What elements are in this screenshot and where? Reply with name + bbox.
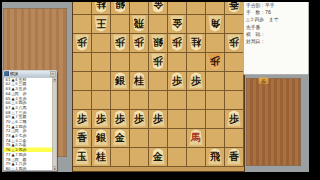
- square-6-9[interactable]: [130, 148, 149, 167]
- square-4-7[interactable]: [168, 110, 187, 129]
- square-9-8[interactable]: 香: [73, 129, 92, 148]
- kifu-window-icon: [5, 72, 10, 77]
- gote-piece-角[interactable]: 角: [208, 15, 223, 32]
- gote-piece-金[interactable]: 金: [170, 15, 185, 32]
- square-4-5[interactable]: 歩: [168, 72, 187, 91]
- square-8-9[interactable]: 桂: [92, 148, 111, 167]
- square-7-4[interactable]: [111, 53, 130, 72]
- square-5-5[interactable]: [149, 72, 168, 91]
- square-9-6[interactable]: [73, 91, 92, 110]
- square-1-5[interactable]: [225, 72, 244, 91]
- square-5-9[interactable]: 金: [149, 148, 168, 167]
- square-4-9[interactable]: [168, 148, 187, 167]
- square-8-5[interactable]: [92, 72, 111, 91]
- square-4-3[interactable]: 歩: [168, 34, 187, 53]
- square-6-1[interactable]: [130, 0, 149, 15]
- square-3-9[interactable]: [187, 148, 206, 167]
- square-6-3[interactable]: 歩: [130, 34, 149, 53]
- sente-piece-歩[interactable]: 歩: [113, 110, 128, 127]
- square-6-2[interactable]: 飛: [130, 15, 149, 34]
- scroll-up-icon[interactable]: ▲: [53, 77, 57, 82]
- square-7-2[interactable]: [111, 15, 130, 34]
- sente-piece-歩[interactable]: 歩: [75, 110, 90, 127]
- square-8-2[interactable]: 王: [92, 15, 111, 34]
- square-3-8[interactable]: 馬: [187, 129, 206, 148]
- info-move-count: 手 数：76: [246, 9, 306, 16]
- square-9-9[interactable]: 玉: [73, 148, 92, 167]
- square-1-8[interactable]: [225, 129, 244, 148]
- square-1-1[interactable]: 香: [225, 0, 244, 15]
- square-5-1[interactable]: 金: [149, 0, 168, 15]
- square-5-4[interactable]: 歩: [149, 53, 168, 72]
- square-7-1[interactable]: 銀: [111, 0, 130, 15]
- square-7-5[interactable]: 銀: [111, 72, 130, 91]
- scroll-down-icon[interactable]: ▼: [53, 166, 57, 171]
- square-7-6[interactable]: [111, 91, 130, 110]
- shogi-board: 桂銀金香王飛金角歩歩歩銀歩桂歩歩歩銀桂歩歩歩歩歩歩歩歩香銀金馬玉桂金飛香: [72, 0, 245, 172]
- square-8-6[interactable]: [92, 91, 111, 110]
- kifu-move-list: 61▲６五桂62△５三銀63▲３五歩64△同 歩65▲４五歩66△５四歩67▲３…: [4, 77, 54, 171]
- letterbox-left: [0, 0, 2, 180]
- square-5-8[interactable]: [149, 129, 168, 148]
- gote-piece-歩[interactable]: 歩: [113, 34, 128, 51]
- square-2-7[interactable]: [206, 110, 225, 129]
- square-9-1[interactable]: [73, 0, 92, 15]
- square-7-8[interactable]: 金: [111, 129, 130, 148]
- shogi-app-window: 桂銀金香王飛金角歩歩歩銀歩桂歩歩歩銀桂歩歩歩歩歩歩歩歩香銀金馬玉桂金飛香 歩 手…: [0, 0, 320, 180]
- square-1-7[interactable]: 歩: [225, 110, 244, 129]
- square-4-4[interactable]: [168, 53, 187, 72]
- gote-piece-王[interactable]: 王: [94, 15, 109, 32]
- board-grid: 桂銀金香王飛金角歩歩歩銀歩桂歩歩歩銀桂歩歩歩歩歩歩歩歩香銀金馬玉桂金飛香: [73, 0, 244, 167]
- square-3-7[interactable]: [187, 110, 206, 129]
- square-8-3[interactable]: [92, 34, 111, 53]
- square-7-7[interactable]: 歩: [111, 110, 130, 129]
- sente-piece-香[interactable]: 香: [75, 129, 90, 146]
- square-6-5[interactable]: 桂: [130, 72, 149, 91]
- square-9-4[interactable]: [73, 53, 92, 72]
- info-side-to-move: 先手番: [246, 23, 306, 30]
- sente-piece-金[interactable]: 金: [113, 129, 128, 146]
- sente-piece-玉[interactable]: 玉: [75, 148, 90, 165]
- gote-piece-桂[interactable]: 桂: [189, 34, 204, 51]
- square-4-6[interactable]: [168, 91, 187, 110]
- sente-piece-銀[interactable]: 銀: [94, 129, 109, 146]
- square-8-1[interactable]: 桂: [92, 0, 111, 15]
- square-8-4[interactable]: [92, 53, 111, 72]
- gote-piece-歩[interactable]: 歩: [208, 53, 223, 70]
- square-5-6[interactable]: [149, 91, 168, 110]
- square-7-3[interactable]: 歩: [111, 34, 130, 53]
- square-2-2[interactable]: 角: [206, 15, 225, 34]
- sente-komadai: 歩: [246, 78, 301, 166]
- square-9-7[interactable]: 歩: [73, 110, 92, 129]
- square-1-6[interactable]: [225, 91, 244, 110]
- square-3-5[interactable]: 歩: [187, 72, 206, 91]
- square-7-9[interactable]: [111, 148, 130, 167]
- sente-piece-歩[interactable]: 歩: [94, 110, 109, 127]
- square-3-2[interactable]: [187, 15, 206, 34]
- square-3-3[interactable]: 桂: [187, 34, 206, 53]
- info-handicap: 手合割：平手: [246, 2, 306, 9]
- kifu-window-title: 棋譜: [10, 71, 50, 77]
- square-6-4[interactable]: [130, 53, 149, 72]
- sente-piece-歩[interactable]: 歩: [227, 110, 242, 127]
- square-4-2[interactable]: 金: [168, 15, 187, 34]
- square-2-3[interactable]: [206, 34, 225, 53]
- gote-piece-歩[interactable]: 歩: [170, 34, 185, 51]
- square-2-4[interactable]: 歩: [206, 53, 225, 72]
- kifu-window: 棋譜 × 61▲６五桂62△５三銀63▲３五歩64△同 歩65▲４五歩66△５四…: [3, 70, 57, 171]
- square-2-1[interactable]: [206, 0, 225, 15]
- kifu-move-number: 80: [4, 166, 11, 170]
- square-1-3[interactable]: 歩: [225, 34, 244, 53]
- kifu-row[interactable]: 80△１四歩: [4, 166, 54, 170]
- sente-piece-馬[interactable]: 馬: [189, 129, 204, 146]
- close-icon[interactable]: ×: [50, 71, 56, 77]
- square-1-4[interactable]: [225, 53, 244, 72]
- square-3-6[interactable]: [187, 91, 206, 110]
- gote-piece-銀[interactable]: 銀: [151, 34, 166, 51]
- square-5-2[interactable]: [149, 15, 168, 34]
- info-tournament: 棋 戦：: [246, 30, 306, 37]
- sente-piece-飛[interactable]: 飛: [208, 148, 223, 165]
- gote-piece-歩[interactable]: 歩: [132, 34, 147, 51]
- sente-piece-桂[interactable]: 桂: [132, 72, 147, 89]
- sente-piece-歩[interactable]: 歩: [151, 110, 166, 127]
- gote-piece-歩[interactable]: 歩: [227, 34, 242, 51]
- sente-hand-piece[interactable]: 歩: [259, 78, 269, 85]
- sente-piece-歩[interactable]: 歩: [189, 72, 204, 89]
- square-9-2[interactable]: [73, 15, 92, 34]
- square-2-8[interactable]: [206, 129, 225, 148]
- square-9-3[interactable]: 歩: [73, 34, 92, 53]
- sente-piece-歩[interactable]: 歩: [170, 72, 185, 89]
- square-1-2[interactable]: [225, 15, 244, 34]
- square-2-9[interactable]: 飛: [206, 148, 225, 167]
- square-4-8[interactable]: [168, 129, 187, 148]
- game-info-panel: 手合割：平手 手 数：76 △２四歩 まで 先手番 棋 戦： 対局日：: [243, 0, 309, 75]
- square-5-7[interactable]: 歩: [149, 110, 168, 129]
- letterbox-bottom: [0, 172, 320, 180]
- square-6-6[interactable]: [130, 91, 149, 110]
- square-2-5[interactable]: [206, 72, 225, 91]
- info-game-date: 対局日：: [246, 38, 306, 45]
- gote-piece-飛[interactable]: 飛: [132, 15, 147, 32]
- gote-piece-歩[interactable]: 歩: [151, 53, 166, 70]
- square-8-8[interactable]: 銀: [92, 129, 111, 148]
- gote-piece-歩[interactable]: 歩: [75, 34, 90, 51]
- sente-piece-歩[interactable]: 歩: [132, 110, 147, 127]
- square-6-7[interactable]: 歩: [130, 110, 149, 129]
- square-4-1[interactable]: [168, 0, 187, 15]
- square-3-1[interactable]: [187, 0, 206, 15]
- square-1-9[interactable]: 香: [225, 148, 244, 167]
- kifu-move-text: △１四歩: [12, 166, 27, 170]
- info-last-move: △２四歩 まで: [246, 16, 306, 23]
- sente-piece-香[interactable]: 香: [227, 148, 242, 165]
- square-3-4[interactable]: [187, 53, 206, 72]
- letterbox-top: [0, 0, 320, 2]
- kifu-scrollbar[interactable]: ▲ ▼: [53, 77, 57, 171]
- letterbox-right: [309, 0, 320, 180]
- square-2-6[interactable]: [206, 91, 225, 110]
- sente-piece-金[interactable]: 金: [151, 148, 166, 165]
- sente-piece-桂[interactable]: 桂: [94, 148, 109, 165]
- square-8-7[interactable]: 歩: [92, 110, 111, 129]
- square-5-3[interactable]: 銀: [149, 34, 168, 53]
- square-6-8[interactable]: [130, 129, 149, 148]
- sente-piece-銀[interactable]: 銀: [113, 72, 128, 89]
- square-9-5[interactable]: [73, 72, 92, 91]
